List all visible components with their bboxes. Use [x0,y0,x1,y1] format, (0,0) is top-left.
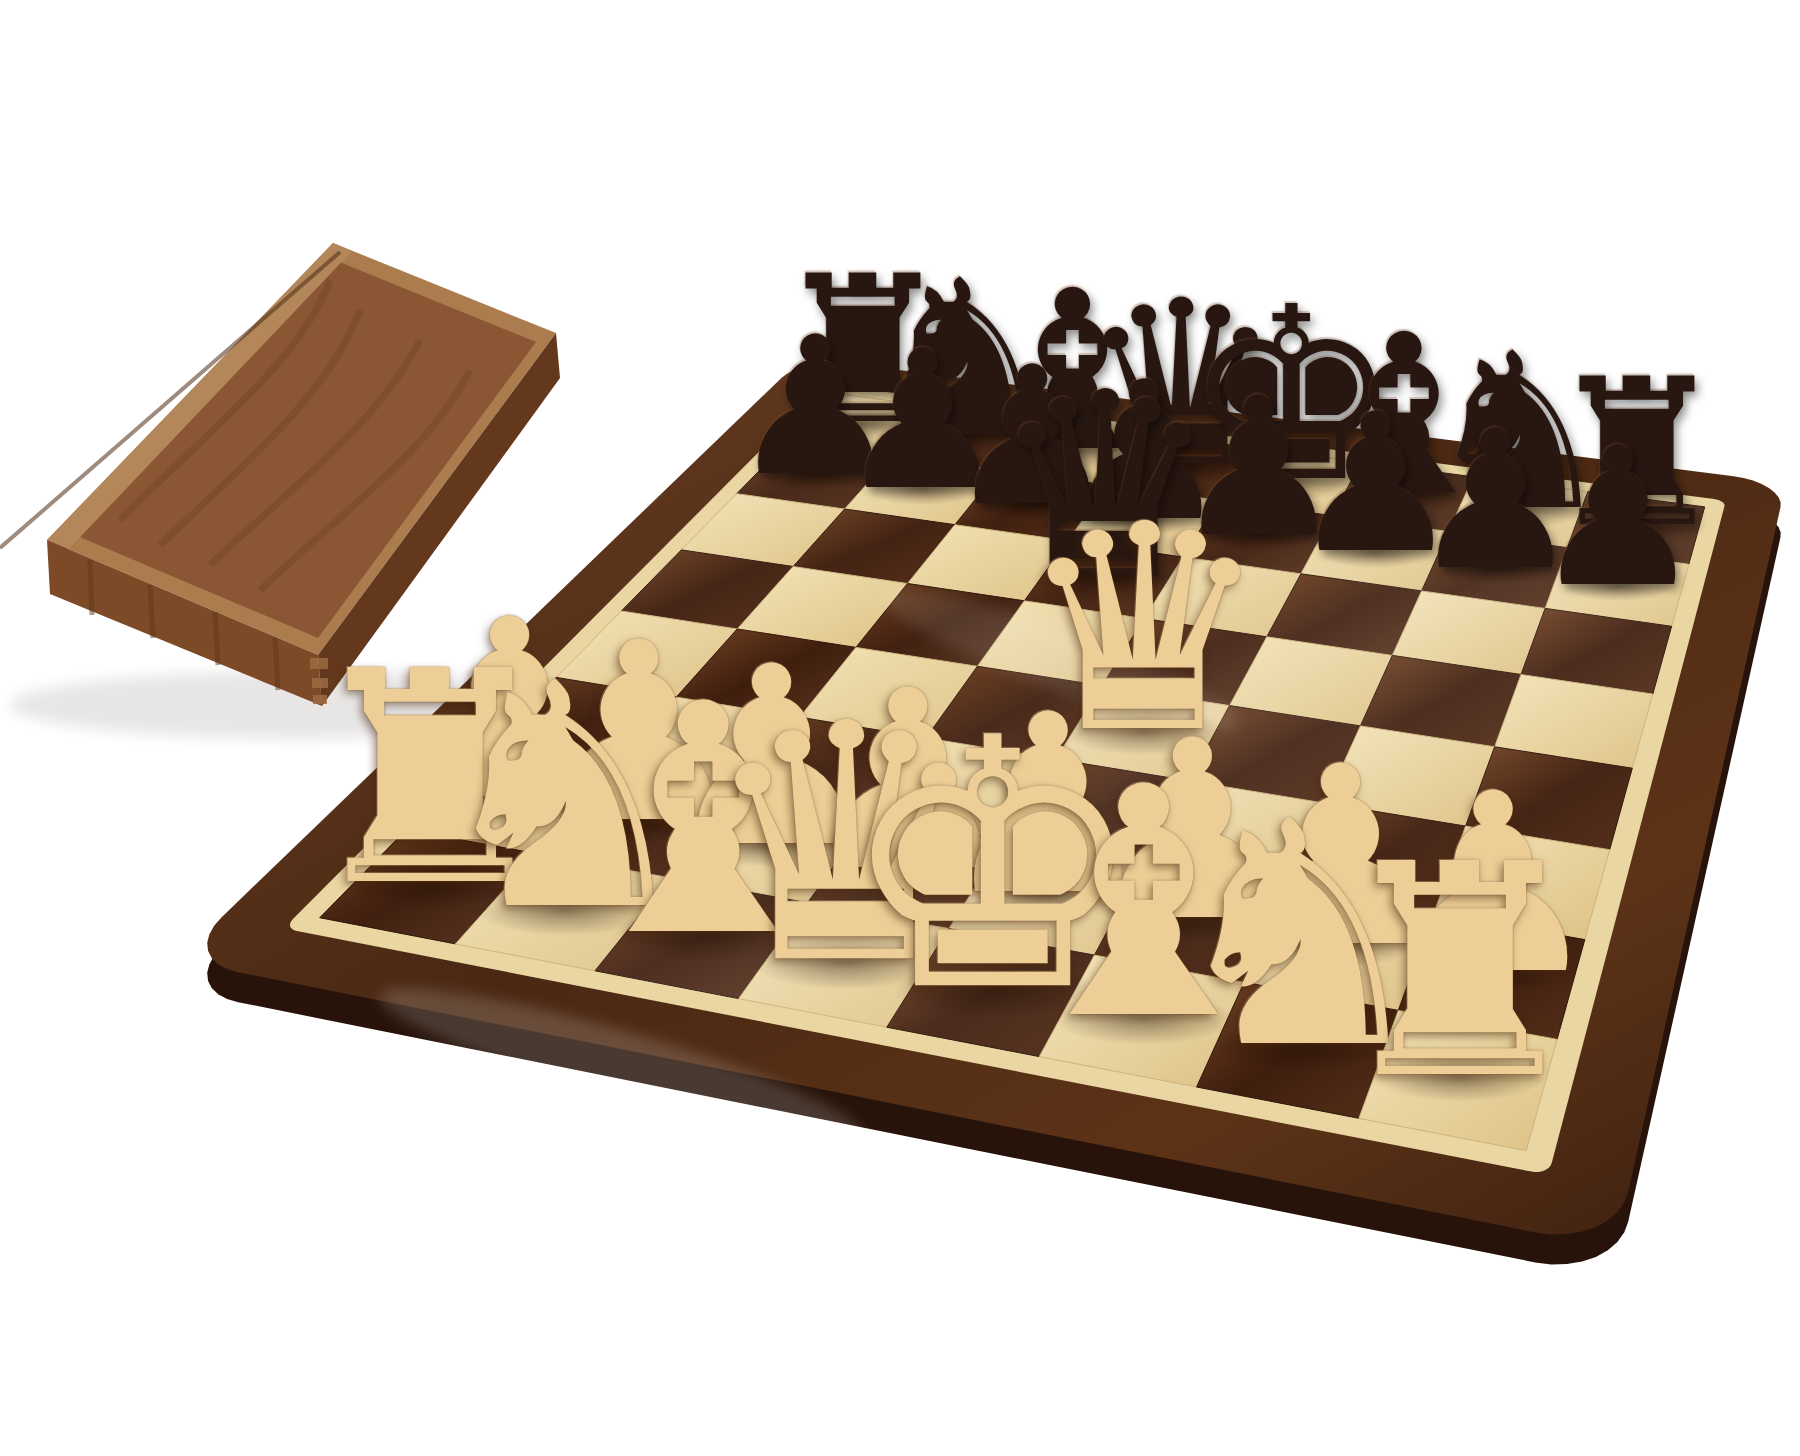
piece-white-rook-h1[interactable]: ♜ [1329,826,1592,1119]
piece-black-pawn-h7[interactable]: ♟ [1532,421,1703,612]
scene: ♜♞♝♛♚♝♞♜♟♟♟♟♟♟♟♟♛♛♟♟♟♟♟♟♟♟♜♞♝♛♚♝♞♜ [0,0,1800,1456]
